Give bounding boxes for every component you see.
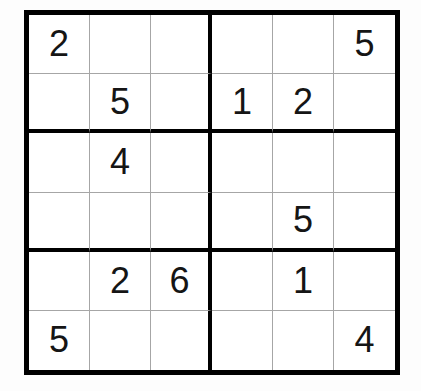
- cell-r4c5[interactable]: 5: [273, 193, 334, 252]
- cell-r5c5[interactable]: 1: [273, 252, 334, 311]
- sudoku-board: 255124526154: [24, 10, 400, 375]
- cell-r1c4[interactable]: [212, 15, 273, 74]
- cell-r1c3[interactable]: [151, 15, 212, 74]
- cell-r4c3[interactable]: [151, 193, 212, 252]
- cell-r3c4[interactable]: [212, 133, 273, 192]
- cell-r2c2[interactable]: 5: [90, 74, 151, 133]
- cell-r6c4[interactable]: [212, 311, 273, 370]
- cell-r2c5[interactable]: 2: [273, 74, 334, 133]
- cell-r5c1[interactable]: [29, 252, 90, 311]
- cell-r4c1[interactable]: [29, 193, 90, 252]
- cell-r1c5[interactable]: [273, 15, 334, 74]
- cell-r2c6[interactable]: [334, 74, 395, 133]
- cell-r3c2[interactable]: 4: [90, 133, 151, 192]
- cell-r5c6[interactable]: [334, 252, 395, 311]
- cell-r3c1[interactable]: [29, 133, 90, 192]
- cell-r6c6[interactable]: 4: [334, 311, 395, 370]
- cell-r5c2[interactable]: 2: [90, 252, 151, 311]
- cell-r1c6[interactable]: 5: [334, 15, 395, 74]
- cell-r1c1[interactable]: 2: [29, 15, 90, 74]
- cell-r1c2[interactable]: [90, 15, 151, 74]
- cell-r3c6[interactable]: [334, 133, 395, 192]
- cell-r2c4[interactable]: 1: [212, 74, 273, 133]
- cell-r2c3[interactable]: [151, 74, 212, 133]
- page-background: { "game": "sudoku", "variant": "6x6 with…: [0, 0, 421, 391]
- cell-r6c2[interactable]: [90, 311, 151, 370]
- cell-r3c5[interactable]: [273, 133, 334, 192]
- cell-r2c1[interactable]: [29, 74, 90, 133]
- cell-r4c6[interactable]: [334, 193, 395, 252]
- cell-r5c4[interactable]: [212, 252, 273, 311]
- cell-r4c2[interactable]: [90, 193, 151, 252]
- cell-r6c1[interactable]: 5: [29, 311, 90, 370]
- cell-r3c3[interactable]: [151, 133, 212, 192]
- cell-r4c4[interactable]: [212, 193, 273, 252]
- cell-r5c3[interactable]: 6: [151, 252, 212, 311]
- cell-r6c3[interactable]: [151, 311, 212, 370]
- cell-r6c5[interactable]: [273, 311, 334, 370]
